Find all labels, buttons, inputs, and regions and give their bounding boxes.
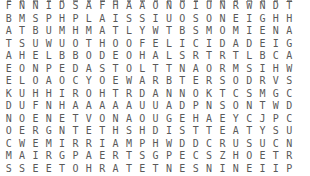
grid-cell[interactable]: Y (82, 75, 95, 88)
grid-cell[interactable]: H (55, 100, 68, 113)
grid-cell[interactable]: H (96, 38, 109, 51)
grid-cell[interactable]: C (202, 138, 215, 151)
grid-cell[interactable]: T (176, 75, 189, 88)
grid-cell[interactable]: O (229, 75, 242, 88)
grid-cell[interactable]: E (55, 113, 68, 126)
grid-cell[interactable]: L (82, 13, 95, 26)
grid-cell[interactable]: F (96, 0, 109, 13)
grid-cell[interactable]: A (2, 50, 15, 63)
grid-cell[interactable]: I (29, 150, 42, 163)
grid-cell[interactable]: N (202, 100, 215, 113)
grid-cell[interactable]: A (82, 100, 95, 113)
grid-cell[interactable]: L (162, 50, 175, 63)
grid-cell[interactable]: W (269, 100, 282, 113)
grid-cell[interactable]: A (2, 25, 15, 38)
grid-cell[interactable]: N (29, 63, 42, 76)
grid-cell[interactable]: W (42, 38, 55, 51)
grid-cell[interactable]: S (216, 75, 229, 88)
grid-cell[interactable]: R (256, 75, 269, 88)
grid-cell[interactable]: T (82, 38, 95, 51)
grid-cell[interactable]: N (162, 0, 175, 13)
grid-cell[interactable]: D (69, 63, 82, 76)
grid-cell[interactable]: R (69, 88, 82, 101)
grid-cell[interactable]: E (42, 163, 55, 176)
grid-cell[interactable]: H (283, 13, 296, 26)
grid-cell[interactable]: N (2, 113, 15, 126)
grid-cell[interactable]: N (176, 63, 189, 76)
grid-cell[interactable]: M (122, 138, 135, 151)
grid-cell[interactable]: S (29, 13, 42, 26)
grid-cell[interactable]: O (29, 75, 42, 88)
grid-cell[interactable]: B (29, 25, 42, 38)
grid-cell[interactable]: N (55, 125, 68, 138)
grid-cell[interactable]: M (82, 25, 95, 38)
grid-cell[interactable]: M (42, 138, 55, 151)
grid-cell[interactable]: T (189, 125, 202, 138)
grid-cell[interactable]: O (136, 113, 149, 126)
grid-cell[interactable]: A (149, 50, 162, 63)
grid-cell[interactable]: A (283, 50, 296, 63)
grid-cell[interactable]: D (242, 75, 255, 88)
grid-cell[interactable]: E (2, 75, 15, 88)
grid-cell[interactable]: E (136, 163, 149, 176)
grid-cell[interactable]: B (256, 50, 269, 63)
grid-cell[interactable]: N (216, 13, 229, 26)
grid-cell[interactable]: A (136, 0, 149, 13)
grid-cell[interactable]: R (283, 150, 296, 163)
grid-cell[interactable]: E (189, 75, 202, 88)
grid-cell[interactable]: U (283, 125, 296, 138)
grid-cell[interactable]: W (122, 75, 135, 88)
grid-cell[interactable]: U (229, 138, 242, 151)
grid-cell[interactable]: N (229, 163, 242, 176)
grid-cell[interactable]: R (109, 150, 122, 163)
grid-cell[interactable]: S (176, 50, 189, 63)
grid-cell[interactable]: Y (229, 113, 242, 126)
grid-cell[interactable]: C (283, 88, 296, 101)
grid-cell[interactable]: T (256, 100, 269, 113)
grid-cell[interactable]: C (269, 50, 282, 63)
grid-cell[interactable]: D (2, 100, 15, 113)
grid-cell[interactable]: L (42, 50, 55, 63)
grid-cell[interactable]: D (189, 138, 202, 151)
grid-cell[interactable]: U (42, 25, 55, 38)
grid-cell[interactable]: S (69, 0, 82, 13)
grid-cell[interactable]: O (15, 113, 28, 126)
grid-cell[interactable]: T (283, 0, 296, 13)
grid-cell[interactable]: H (269, 13, 282, 26)
grid-cell[interactable]: R (42, 150, 55, 163)
grid-cell[interactable]: I (256, 63, 269, 76)
grid-cell[interactable]: U (29, 38, 42, 51)
grid-cell[interactable]: I (96, 138, 109, 151)
grid-cell[interactable]: P (42, 13, 55, 26)
grid-cell[interactable]: H (82, 163, 95, 176)
grid-cell[interactable]: U (149, 113, 162, 126)
grid-cell[interactable]: O (109, 38, 122, 51)
grid-cell[interactable]: U (256, 138, 269, 151)
grid-cell[interactable]: N (42, 100, 55, 113)
grid-cell[interactable]: U (55, 38, 68, 51)
grid-cell[interactable]: A (202, 113, 215, 126)
grid-cell[interactable]: U (15, 88, 28, 101)
grid-cell[interactable]: R (202, 75, 215, 88)
grid-cell[interactable]: D (55, 0, 68, 13)
grid-cell[interactable]: H (42, 88, 55, 101)
grid-cell[interactable]: N (42, 113, 55, 126)
grid-cell[interactable]: A (96, 13, 109, 26)
grid-cell[interactable]: I (242, 13, 255, 26)
grid-cell[interactable]: U (202, 0, 215, 13)
grid-cell[interactable]: O (82, 50, 95, 63)
grid-cell[interactable]: A (82, 63, 95, 76)
grid-cell[interactable]: I (202, 38, 215, 51)
grid-cell[interactable]: H (109, 0, 122, 13)
grid-cell[interactable]: E (29, 163, 42, 176)
grid-cell[interactable]: I (149, 13, 162, 26)
grid-cell[interactable]: S (269, 125, 282, 138)
grid-cell[interactable]: O (15, 63, 28, 76)
grid-cell[interactable]: H (55, 13, 68, 26)
grid-cell[interactable]: C (69, 75, 82, 88)
grid-cell[interactable]: U (15, 100, 28, 113)
grid-cell[interactable]: T (202, 50, 215, 63)
grid-cell[interactable]: T (216, 88, 229, 101)
grid-cell[interactable]: I (109, 13, 122, 26)
grid-cell[interactable]: A (149, 88, 162, 101)
grid-cell[interactable]: T (69, 125, 82, 138)
grid-cell[interactable]: E (242, 163, 255, 176)
grid-cell[interactable]: N (242, 100, 255, 113)
grid-cell[interactable]: L (122, 25, 135, 38)
grid-cell[interactable]: A (96, 25, 109, 38)
grid-cell[interactable]: R (229, 0, 242, 13)
grid-cell[interactable]: A (109, 100, 122, 113)
grid-cell[interactable]: E (176, 150, 189, 163)
grid-cell[interactable]: W (283, 63, 296, 76)
grid-cell[interactable]: S (122, 125, 135, 138)
grid-cell[interactable]: N (269, 25, 282, 38)
grid-cell[interactable]: E (216, 125, 229, 138)
grid-cell[interactable]: S (15, 38, 28, 51)
grid-cell[interactable]: T (122, 163, 135, 176)
grid-cell[interactable]: T (149, 63, 162, 76)
grid-cell[interactable]: E (109, 50, 122, 63)
grid-cell[interactable]: D (176, 138, 189, 151)
grid-cell[interactable]: G (283, 38, 296, 51)
grid-cell[interactable]: S (189, 25, 202, 38)
grid-cell[interactable]: A (122, 0, 135, 13)
grid-cell[interactable]: M (55, 25, 68, 38)
grid-cell[interactable]: G (55, 150, 68, 163)
grid-cell[interactable]: B (2, 13, 15, 26)
grid-cell[interactable]: L (162, 38, 175, 51)
grid-cell[interactable]: E (256, 25, 269, 38)
grid-cell[interactable]: F (136, 38, 149, 51)
grid-cell[interactable]: W (242, 0, 255, 13)
grid-cell[interactable]: C (229, 88, 242, 101)
grid-cell[interactable]: P (42, 63, 55, 76)
grid-cell[interactable]: I (256, 163, 269, 176)
grid-cell[interactable]: E (55, 63, 68, 76)
grid-cell[interactable]: L (242, 50, 255, 63)
grid-cell[interactable]: O (149, 0, 162, 13)
grid-cell[interactable]: O (82, 88, 95, 101)
grid-cell[interactable]: T (55, 163, 68, 176)
grid-cell[interactable]: R (29, 125, 42, 138)
grid-cell[interactable]: B (176, 25, 189, 38)
grid-cell[interactable]: A (122, 113, 135, 126)
grid-cell[interactable]: G (149, 150, 162, 163)
grid-cell[interactable]: T (69, 113, 82, 126)
grid-cell[interactable]: I (42, 0, 55, 13)
grid-cell[interactable]: M (202, 25, 215, 38)
grid-cell[interactable]: T (229, 50, 242, 63)
grid-cell[interactable]: A (136, 75, 149, 88)
grid-cell[interactable]: S (242, 88, 255, 101)
grid-cell[interactable]: K (202, 88, 215, 101)
grid-cell[interactable]: I (242, 25, 255, 38)
grid-cell[interactable]: D (216, 38, 229, 51)
grid-cell[interactable]: P (69, 150, 82, 163)
grid-cell[interactable]: A (229, 125, 242, 138)
grid-cell[interactable]: S (202, 150, 215, 163)
grid-cell[interactable]: P (69, 13, 82, 26)
grid-cell[interactable]: U (162, 13, 175, 26)
grid-cell[interactable]: G (269, 88, 282, 101)
grid-cell[interactable]: H (15, 50, 28, 63)
grid-cell[interactable]: S (189, 163, 202, 176)
grid-cell[interactable]: C (283, 113, 296, 126)
grid-cell[interactable]: Y (256, 125, 269, 138)
grid-cell[interactable]: W (162, 138, 175, 151)
grid-cell[interactable]: H (69, 25, 82, 38)
grid-cell[interactable]: H (136, 125, 149, 138)
grid-cell[interactable]: F (29, 100, 42, 113)
grid-cell[interactable]: O (176, 13, 189, 26)
grid-cell[interactable]: W (15, 138, 28, 151)
grid-cell[interactable]: H (136, 50, 149, 63)
grid-cell[interactable]: S (283, 75, 296, 88)
grid-cell[interactable]: I (176, 38, 189, 51)
grid-cell[interactable]: O (69, 163, 82, 176)
grid-cell[interactable]: H (109, 125, 122, 138)
grid-cell[interactable]: N (15, 0, 28, 13)
grid-cell[interactable]: N (162, 163, 175, 176)
grid-cell[interactable]: T (96, 125, 109, 138)
grid-cell[interactable]: B (162, 75, 175, 88)
grid-cell[interactable]: D (283, 100, 296, 113)
grid-cell[interactable]: E (256, 38, 269, 51)
grid-cell[interactable]: A (82, 0, 95, 13)
grid-cell[interactable]: D (269, 0, 282, 13)
grid-cell[interactable]: T (122, 150, 135, 163)
grid-cell[interactable]: T (242, 125, 255, 138)
grid-cell[interactable]: N (202, 163, 215, 176)
grid-cell[interactable]: Z (216, 150, 229, 163)
grid-cell[interactable]: N (162, 88, 175, 101)
grid-cell[interactable]: E (2, 63, 15, 76)
grid-cell[interactable]: O (242, 150, 255, 163)
grid-cell[interactable]: A (109, 163, 122, 176)
grid-cell[interactable]: O (96, 113, 109, 126)
grid-cell[interactable]: H (96, 88, 109, 101)
grid-cell[interactable]: O (2, 125, 15, 138)
grid-cell[interactable]: T (109, 63, 122, 76)
grid-cell[interactable]: A (69, 100, 82, 113)
grid-cell[interactable]: T (15, 25, 28, 38)
grid-cell[interactable]: O (55, 75, 68, 88)
grid-cell[interactable]: I (189, 0, 202, 13)
grid-cell[interactable]: E (176, 113, 189, 126)
grid-cell[interactable]: G (256, 13, 269, 26)
grid-cell[interactable]: D (136, 88, 149, 101)
grid-cell[interactable]: E (229, 13, 242, 26)
grid-cell[interactable]: O (69, 38, 82, 51)
grid-cell[interactable]: C (189, 38, 202, 51)
grid-cell[interactable]: D (176, 100, 189, 113)
grid-cell[interactable]: H (189, 113, 202, 126)
grid-cell[interactable]: S (136, 13, 149, 26)
grid-cell[interactable]: N (109, 113, 122, 126)
grid-cell[interactable]: S (15, 163, 28, 176)
grid-cell[interactable]: S (176, 125, 189, 138)
grid-cell[interactable]: C (242, 113, 255, 126)
grid-cell[interactable]: P (269, 113, 282, 126)
grid-cell[interactable]: L (15, 75, 28, 88)
grid-cell[interactable]: T (162, 63, 175, 76)
grid-cell[interactable]: S (242, 138, 255, 151)
grid-cell[interactable]: V (82, 113, 95, 126)
grid-cell[interactable]: A (109, 138, 122, 151)
grid-cell[interactable]: C (269, 138, 282, 151)
grid-cell[interactable]: O (216, 25, 229, 38)
grid-cell[interactable]: Y (136, 25, 149, 38)
grid-cell[interactable]: A (122, 100, 135, 113)
grid-cell[interactable]: R (216, 138, 229, 151)
grid-cell[interactable]: R (189, 50, 202, 63)
grid-cell[interactable]: D (242, 38, 255, 51)
grid-cell[interactable]: M (256, 88, 269, 101)
grid-cell[interactable]: E (176, 163, 189, 176)
grid-cell[interactable]: O (122, 63, 135, 76)
grid-cell[interactable]: I (269, 38, 282, 51)
grid-cell[interactable]: R (216, 50, 229, 63)
grid-cell[interactable]: R (149, 75, 162, 88)
grid-cell[interactable]: T (162, 25, 175, 38)
grid-cell[interactable]: M (15, 13, 28, 26)
grid-cell[interactable]: O (122, 50, 135, 63)
grid-cell[interactable]: H (229, 150, 242, 163)
grid-cell[interactable]: E (96, 150, 109, 163)
grid-cell[interactable]: P (189, 100, 202, 113)
grid-cell[interactable]: A (15, 150, 28, 163)
grid-cell[interactable]: O (229, 100, 242, 113)
grid-cell[interactable]: O (202, 63, 215, 76)
grid-cell[interactable]: H (269, 63, 282, 76)
grid-cell[interactable]: E (29, 113, 42, 126)
grid-cell[interactable]: D (96, 50, 109, 63)
grid-cell[interactable]: N (283, 138, 296, 151)
grid-cell[interactable]: O (96, 75, 109, 88)
grid-cell[interactable]: S (96, 63, 109, 76)
grid-cell[interactable]: O (189, 88, 202, 101)
grid-cell[interactable]: W (149, 25, 162, 38)
grid-cell[interactable]: G (42, 125, 55, 138)
grid-cell[interactable]: S (136, 150, 149, 163)
grid-cell[interactable]: T (109, 88, 122, 101)
grid-cell[interactable]: E (256, 150, 269, 163)
grid-cell[interactable]: A (283, 25, 296, 38)
grid-cell[interactable]: S (216, 100, 229, 113)
grid-cell[interactable]: A (42, 75, 55, 88)
grid-cell[interactable]: I (269, 163, 282, 176)
grid-cell[interactable]: S (242, 63, 255, 76)
grid-cell[interactable]: R (69, 138, 82, 151)
grid-cell[interactable]: V (269, 75, 282, 88)
grid-cell[interactable]: M (229, 25, 242, 38)
grid-cell[interactable]: D (149, 125, 162, 138)
grid-cell[interactable]: T (109, 25, 122, 38)
grid-cell[interactable]: E (29, 50, 42, 63)
grid-cell[interactable]: T (2, 38, 15, 51)
grid-cell[interactable]: L (136, 63, 149, 76)
grid-cell[interactable]: P (136, 138, 149, 151)
grid-cell[interactable]: T (149, 163, 162, 176)
grid-cell[interactable]: N (176, 88, 189, 101)
grid-cell[interactable]: E (109, 75, 122, 88)
grid-cell[interactable]: N (216, 0, 229, 13)
grid-cell[interactable]: B (55, 50, 68, 63)
grid-cell[interactable]: H (29, 88, 42, 101)
grid-cell[interactable]: A (96, 100, 109, 113)
grid-cell[interactable]: H (149, 138, 162, 151)
grid-cell[interactable]: J (256, 113, 269, 126)
grid-cell[interactable]: P (162, 150, 175, 163)
grid-cell[interactable]: T (269, 150, 282, 163)
grid-cell[interactable]: B (69, 50, 82, 63)
grid-cell[interactable]: A (229, 38, 242, 51)
grid-cell[interactable]: I (55, 138, 68, 151)
grid-cell[interactable]: O (202, 13, 215, 26)
grid-cell[interactable]: I (216, 163, 229, 176)
grid-cell[interactable]: I (55, 88, 68, 101)
grid-cell[interactable]: U (136, 100, 149, 113)
grid-cell[interactable]: G (162, 113, 175, 126)
grid-cell[interactable]: O (176, 0, 189, 13)
grid-cell[interactable]: N (29, 0, 42, 13)
grid-cell[interactable]: O (122, 38, 135, 51)
grid-cell[interactable]: E (82, 125, 95, 138)
grid-cell[interactable]: C (2, 138, 15, 151)
grid-cell[interactable]: E (15, 125, 28, 138)
grid-cell[interactable]: I (162, 125, 175, 138)
grid-cell[interactable]: R (216, 63, 229, 76)
grid-cell[interactable]: P (283, 163, 296, 176)
grid-cell[interactable]: R (122, 88, 135, 101)
grid-cell[interactable]: E (216, 113, 229, 126)
grid-cell[interactable]: C (189, 150, 202, 163)
grid-cell[interactable]: A (82, 150, 95, 163)
grid-cell[interactable]: K (2, 88, 15, 101)
grid-cell[interactable]: A (162, 100, 175, 113)
grid-cell[interactable]: R (96, 163, 109, 176)
grid-cell[interactable]: S (122, 13, 135, 26)
grid-cell[interactable]: E (29, 138, 42, 151)
grid-cell[interactable]: M (2, 150, 15, 163)
grid-cell[interactable]: S (189, 13, 202, 26)
grid-cell[interactable]: F (2, 0, 15, 13)
